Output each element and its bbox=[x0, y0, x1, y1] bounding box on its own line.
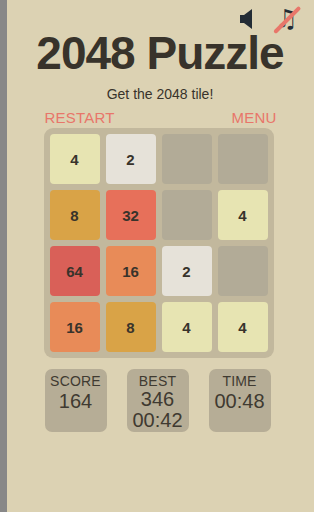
time-label: TIME bbox=[222, 373, 256, 389]
score-panel: SCORE 164 bbox=[45, 369, 107, 432]
app-screen: { "game": "2048", "position": { "rows": … bbox=[7, 0, 314, 512]
tile-64: 64 bbox=[50, 246, 100, 296]
controls-row: RESTART MENU bbox=[45, 109, 277, 125]
tile-4: 4 bbox=[50, 134, 100, 184]
tile-4: 4 bbox=[218, 190, 268, 240]
restart-button[interactable]: RESTART bbox=[45, 109, 115, 126]
tile-16: 16 bbox=[50, 302, 100, 352]
tile-4: 4 bbox=[218, 302, 268, 352]
empty-cell bbox=[162, 190, 212, 240]
tile-2: 2 bbox=[162, 246, 212, 296]
stats-panels: SCORE 164 BEST 346 00:42 TIME 00:48 bbox=[45, 369, 271, 432]
tile-4: 4 bbox=[162, 302, 212, 352]
time-panel: TIME 00:48 bbox=[209, 369, 271, 432]
tile-8: 8 bbox=[106, 302, 156, 352]
best-score-value: 346 bbox=[141, 389, 174, 410]
board-grid[interactable]: 4283246416216844 bbox=[44, 128, 274, 358]
page-subtitle: Get the 2048 tile! bbox=[7, 86, 314, 102]
empty-cell bbox=[218, 246, 268, 296]
score-label: SCORE bbox=[50, 373, 101, 389]
tile-8: 8 bbox=[50, 190, 100, 240]
empty-cell bbox=[162, 134, 212, 184]
menu-button[interactable]: MENU bbox=[232, 109, 277, 126]
tile-2: 2 bbox=[106, 134, 156, 184]
time-value: 00:48 bbox=[214, 391, 264, 412]
best-label: BEST bbox=[139, 373, 176, 389]
score-value: 164 bbox=[59, 391, 92, 412]
best-time-value: 00:42 bbox=[132, 410, 182, 431]
tile-32: 32 bbox=[106, 190, 156, 240]
empty-cell bbox=[218, 134, 268, 184]
page-title: 2048 Puzzle bbox=[7, 30, 314, 76]
best-panel: BEST 346 00:42 bbox=[127, 369, 189, 432]
tile-16: 16 bbox=[106, 246, 156, 296]
